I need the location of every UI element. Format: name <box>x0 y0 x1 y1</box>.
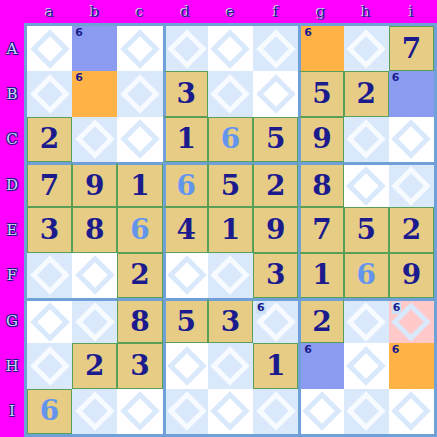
given-digit-Bg: 5 <box>312 80 331 108</box>
cell-Bb[interactable]: 6 <box>72 71 117 116</box>
cell-Hh[interactable] <box>344 343 389 388</box>
row-label-A: A <box>0 26 24 71</box>
cell-Ad[interactable] <box>163 26 208 71</box>
cell-Ec[interactable]: 6 <box>117 207 162 252</box>
cell-Bi[interactable]: 6 <box>389 71 434 116</box>
cell-Eb[interactable]: 8 <box>72 207 117 252</box>
empty-cell-diamond-icon <box>30 74 70 114</box>
given-digit-Df: 2 <box>266 172 285 200</box>
given-digit-Ff: 3 <box>266 261 285 289</box>
pencil-mark-Hi: 6 <box>392 344 400 356</box>
pencil-mark-Ab: 6 <box>75 27 83 39</box>
empty-cell-diamond-icon <box>392 166 432 206</box>
cell-Hi[interactable]: 6 <box>389 343 434 388</box>
cell-Hd[interactable] <box>163 343 208 388</box>
cell-Di[interactable] <box>389 162 434 207</box>
cell-Cf[interactable]: 5 <box>253 117 298 162</box>
given-digit-Eb: 8 <box>85 216 104 244</box>
pencil-mark-Bb: 6 <box>75 72 83 84</box>
cell-Ac[interactable] <box>117 26 162 71</box>
cell-If[interactable] <box>253 389 298 434</box>
empty-cell-diamond-icon <box>256 74 296 114</box>
pencil-mark-Bi: 6 <box>392 72 400 84</box>
empty-cell-diamond-icon <box>120 120 160 160</box>
row-label-D: D <box>0 162 24 207</box>
pencil-mark-Gf: 6 <box>256 302 266 314</box>
empty-cell-diamond-icon <box>30 302 70 342</box>
given-digit-Cd: 1 <box>177 125 196 153</box>
cell-Fi[interactable]: 9 <box>389 253 434 298</box>
given-digit-Gg: 2 <box>312 308 331 336</box>
given-digit-Fc: 2 <box>130 261 149 289</box>
cell-Bd[interactable]: 3 <box>163 71 208 116</box>
column-label-f: f <box>253 0 298 23</box>
cell-Bg[interactable]: 5 <box>298 71 343 116</box>
given-digit-Ee: 1 <box>221 216 240 244</box>
empty-cell-diamond-icon <box>211 74 251 114</box>
given-digit-Hb: 2 <box>85 352 104 380</box>
cell-Ia[interactable]: 6 <box>27 389 72 434</box>
given-digit-Cg: 9 <box>312 125 331 153</box>
cell-Bc[interactable] <box>117 71 162 116</box>
cell-Fh[interactable]: 6 <box>344 253 389 298</box>
cell-Cd[interactable]: 1 <box>163 117 208 162</box>
cell-Gi[interactable]: 6 <box>389 298 434 343</box>
given-digit-Db: 9 <box>85 172 104 200</box>
row-label-I: I <box>0 389 24 434</box>
given-digit-Ed: 4 <box>177 216 196 244</box>
given-digit-De: 5 <box>221 172 240 200</box>
cell-Ie[interactable] <box>208 389 253 434</box>
empty-cell-diamond-icon <box>346 302 386 342</box>
cell-Fa[interactable] <box>27 253 72 298</box>
cell-Ic[interactable] <box>117 389 162 434</box>
cell-Ah[interactable] <box>344 26 389 71</box>
column-label-a: a <box>27 0 72 23</box>
given-digit-Ai: 7 <box>402 35 421 63</box>
row-labels: ABCDEFGHI <box>0 26 24 434</box>
given-digit-Bh: 2 <box>356 80 375 108</box>
cell-Hb[interactable]: 2 <box>72 343 117 388</box>
cell-Cb[interactable] <box>72 117 117 162</box>
cell-Fe[interactable] <box>208 253 253 298</box>
solved-digit-Dd: 6 <box>177 172 196 200</box>
cell-Cc[interactable] <box>117 117 162 162</box>
given-digit-Da: 7 <box>40 172 59 200</box>
empty-cell-diamond-icon <box>346 120 386 160</box>
empty-cell-diamond-icon <box>211 256 251 296</box>
empty-cell-diamond-icon <box>256 29 296 69</box>
cell-Af[interactable] <box>253 26 298 71</box>
cell-Dh[interactable] <box>344 162 389 207</box>
empty-cell-diamond-icon <box>211 392 251 432</box>
column-label-g: g <box>298 0 343 23</box>
empty-cell-diamond-icon <box>120 74 160 114</box>
cell-Hf[interactable]: 1 <box>253 343 298 388</box>
empty-cell-diamond-icon <box>392 392 432 432</box>
cell-Ee[interactable]: 1 <box>208 207 253 252</box>
cell-Ea[interactable]: 3 <box>27 207 72 252</box>
cell-Ib[interactable] <box>72 389 117 434</box>
empty-cell-diamond-icon <box>167 392 207 432</box>
cell-Bh[interactable]: 2 <box>344 71 389 116</box>
cell-Df[interactable]: 2 <box>253 162 298 207</box>
cell-Eg[interactable]: 7 <box>298 207 343 252</box>
cell-Ga[interactable] <box>27 298 72 343</box>
given-digit-Dc: 1 <box>130 172 149 200</box>
row-label-H: H <box>0 343 24 388</box>
cell-Ag[interactable]: 6 <box>298 26 343 71</box>
solved-digit-Ia: 6 <box>40 397 59 425</box>
empty-cell-diamond-icon <box>392 120 432 160</box>
given-digit-Gd: 5 <box>177 308 196 336</box>
column-label-e: e <box>208 0 253 23</box>
cell-Gb[interactable] <box>72 298 117 343</box>
cell-Gg[interactable]: 2 <box>298 298 343 343</box>
cell-Aa[interactable] <box>27 26 72 71</box>
cell-Ge[interactable]: 3 <box>208 298 253 343</box>
cell-Gd[interactable]: 5 <box>163 298 208 343</box>
given-digit-Cf: 5 <box>266 125 285 153</box>
row-label-B: B <box>0 71 24 116</box>
cell-Ig[interactable] <box>298 389 343 434</box>
given-digit-Eg: 7 <box>312 216 331 244</box>
cell-Ca[interactable]: 2 <box>27 117 72 162</box>
column-labels: abcdefghi <box>27 0 434 23</box>
cell-Fd[interactable] <box>163 253 208 298</box>
empty-cell-diamond-icon <box>303 392 343 432</box>
empty-cell-diamond-icon <box>30 256 70 296</box>
given-digit-Eh: 5 <box>356 216 375 244</box>
solved-digit-Ec: 6 <box>130 216 149 244</box>
cell-Fg[interactable]: 1 <box>298 253 343 298</box>
pencil-mark-Hg: 6 <box>304 344 312 356</box>
pencil-mark-Ag: 6 <box>304 27 312 39</box>
cell-Ba[interactable] <box>27 71 72 116</box>
empty-cell-diamond-icon <box>75 120 115 160</box>
given-digit-Ef: 9 <box>266 216 285 244</box>
given-digit-Hc: 3 <box>130 352 149 380</box>
empty-cell-diamond-icon <box>346 346 386 386</box>
given-digit-Ea: 3 <box>40 216 59 244</box>
column-label-b: b <box>72 0 117 23</box>
cell-Ih[interactable] <box>344 389 389 434</box>
empty-cell-diamond-icon <box>75 392 115 432</box>
empty-cell-diamond-icon <box>346 29 386 69</box>
row-label-G: G <box>0 298 24 343</box>
row-label-C: C <box>0 117 24 162</box>
empty-cell-diamond-icon <box>211 29 251 69</box>
empty-cell-diamond-icon <box>167 29 207 69</box>
empty-cell-diamond-icon <box>167 346 207 386</box>
cell-Hg[interactable]: 6 <box>298 343 343 388</box>
column-label-i: i <box>389 0 434 23</box>
cell-Dc[interactable]: 1 <box>117 162 162 207</box>
sudoku-window: abcdefghi ABCDEFGHI 66763526216597916528… <box>0 0 437 437</box>
cell-Ch[interactable] <box>344 117 389 162</box>
cell-Ab[interactable]: 6 <box>72 26 117 71</box>
cell-Gh[interactable] <box>344 298 389 343</box>
empty-cell-diamond-icon <box>346 166 386 206</box>
cell-Dd[interactable]: 6 <box>163 162 208 207</box>
empty-cell-diamond-icon <box>30 346 70 386</box>
cell-Fb[interactable] <box>72 253 117 298</box>
cell-Ei[interactable]: 2 <box>389 207 434 252</box>
cell-Fc[interactable]: 2 <box>117 253 162 298</box>
cell-He[interactable] <box>208 343 253 388</box>
cell-Eh[interactable]: 5 <box>344 207 389 252</box>
cell-Da[interactable]: 7 <box>27 162 72 207</box>
empty-cell-diamond-icon <box>120 29 160 69</box>
solved-digit-Fh: 6 <box>356 261 375 289</box>
cell-Ce[interactable]: 6 <box>208 117 253 162</box>
empty-cell-diamond-icon <box>211 346 251 386</box>
cell-Id[interactable] <box>163 389 208 434</box>
cell-Ae[interactable] <box>208 26 253 71</box>
cell-Cg[interactable]: 9 <box>298 117 343 162</box>
empty-cell-diamond-icon <box>120 392 160 432</box>
cell-Gc[interactable]: 8 <box>117 298 162 343</box>
cell-Gf[interactable]: 6 <box>253 298 298 343</box>
given-digit-Dg: 8 <box>312 172 331 200</box>
given-digit-Ei: 2 <box>402 216 421 244</box>
empty-cell-diamond-icon <box>75 302 115 342</box>
pencil-mark-Gi: 6 <box>392 302 402 314</box>
row-label-F: F <box>0 253 24 298</box>
solved-digit-Ce: 6 <box>221 125 240 153</box>
given-digit-Ge: 3 <box>221 308 240 336</box>
cell-Ha[interactable] <box>27 343 72 388</box>
given-digit-Fg: 1 <box>312 261 331 289</box>
given-digit-Hf: 1 <box>266 352 285 380</box>
empty-cell-diamond-icon <box>75 256 115 296</box>
cell-Ci[interactable] <box>389 117 434 162</box>
cell-Ff[interactable]: 3 <box>253 253 298 298</box>
given-digit-Gc: 8 <box>130 308 149 336</box>
cell-Be[interactable] <box>208 71 253 116</box>
cell-Bf[interactable] <box>253 71 298 116</box>
cell-Ed[interactable]: 4 <box>163 207 208 252</box>
given-digit-Bd: 3 <box>177 80 196 108</box>
column-label-d: d <box>163 0 208 23</box>
column-label-h: h <box>344 0 389 23</box>
given-digit-Ca: 2 <box>40 125 59 153</box>
cell-De[interactable]: 5 <box>208 162 253 207</box>
cell-Ii[interactable] <box>389 389 434 434</box>
empty-cell-diamond-icon <box>346 392 386 432</box>
cell-Ef[interactable]: 9 <box>253 207 298 252</box>
empty-cell-diamond-icon <box>167 256 207 296</box>
cell-Hc[interactable]: 3 <box>117 343 162 388</box>
empty-cell-diamond-icon <box>30 29 70 69</box>
row-label-E: E <box>0 207 24 252</box>
cell-Ai[interactable]: 7 <box>389 26 434 71</box>
given-digit-Fi: 9 <box>402 261 421 289</box>
column-label-c: c <box>117 0 162 23</box>
sudoku-board: 6676352621659791652838641975223169853626… <box>24 23 437 437</box>
empty-cell-diamond-icon <box>256 392 296 432</box>
cell-Db[interactable]: 9 <box>72 162 117 207</box>
cell-Dg[interactable]: 8 <box>298 162 343 207</box>
